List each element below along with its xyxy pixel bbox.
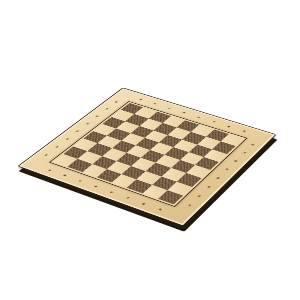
chessboard-product-photo: abcdefgh abcdefgh 87654321 87654321 <box>0 0 300 300</box>
chessboard: abcdefgh abcdefgh 87654321 87654321 <box>17 88 276 227</box>
